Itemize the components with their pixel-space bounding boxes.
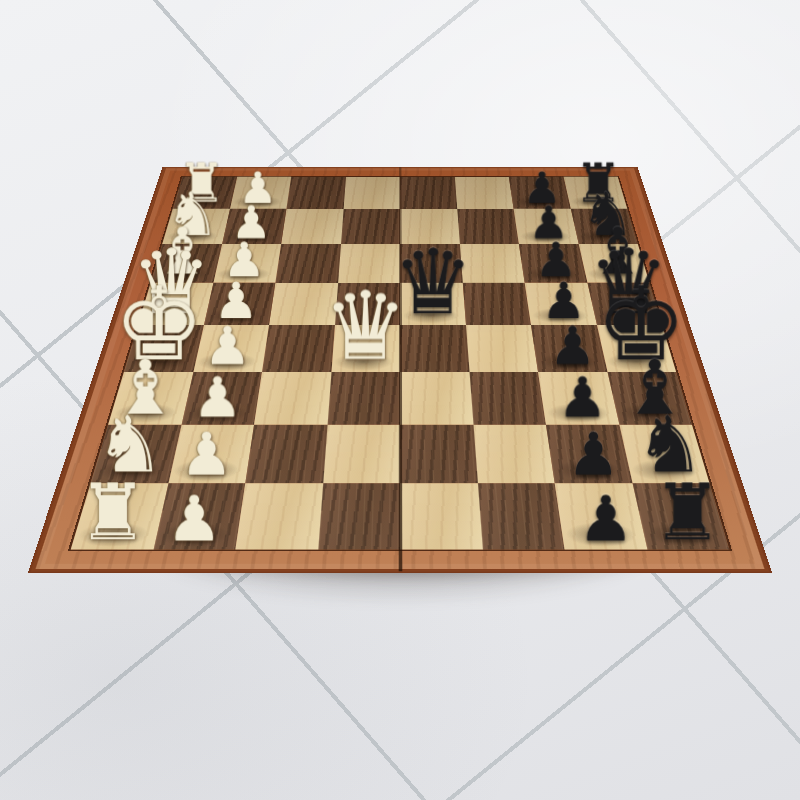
square-h8: ♜ [632,483,729,549]
square-h7: ♟ [555,483,647,549]
square-h4 [318,483,400,549]
square-h1: ♜ [71,483,168,549]
piece-black-pawn-g7: ♟ [567,427,620,481]
piece-white-pawn-f2: ♟ [193,372,243,423]
square-a5 [400,177,457,209]
piece-black-pawn-f7: ♟ [557,372,607,423]
square-a6 [454,177,513,209]
square-e4: ♛ [331,325,400,372]
square-f2: ♟ [181,372,262,424]
piece-black-pawn-h7: ♟ [577,490,633,548]
square-d5: ♛ [400,283,466,325]
piece-white-rook-h1: ♜ [78,476,148,548]
square-b3 [281,209,343,244]
piece-white-pawn-e2: ♟ [204,322,251,370]
piece-white-pawn-g2: ♟ [180,427,233,481]
square-f3 [254,372,331,424]
square-a3 [286,177,345,209]
piece-black-rook-h8: ♜ [653,476,723,548]
square-f7: ♟ [538,372,619,424]
square-h6 [477,483,564,549]
piece-black-pawn-e7: ♟ [549,322,596,370]
piece-white-pawn-h2: ♟ [166,490,222,548]
square-g3 [245,424,327,483]
square-b4 [341,209,400,244]
square-f4 [327,372,400,424]
square-h2: ♟ [153,483,245,549]
square-g6 [473,424,555,483]
square-g7: ♟ [546,424,632,483]
square-g2: ♟ [168,424,254,483]
piece-white-queen-e4: ♛ [323,284,408,371]
square-f6 [469,372,546,424]
photo-scene: ♜♟♟♜♞♟♟♞♝♟♟♝♛♟♛♟♛♚♟♛♟♚♝♟♟♝♞♟♟♞♜♟♟♜ [0,0,800,800]
square-a4 [343,177,400,209]
square-h5 [400,483,482,549]
square-g5 [400,424,477,483]
square-e5 [400,325,469,372]
square-e6 [466,325,539,372]
square-f5 [400,372,473,424]
square-h3 [235,483,322,549]
square-g4 [323,424,400,483]
